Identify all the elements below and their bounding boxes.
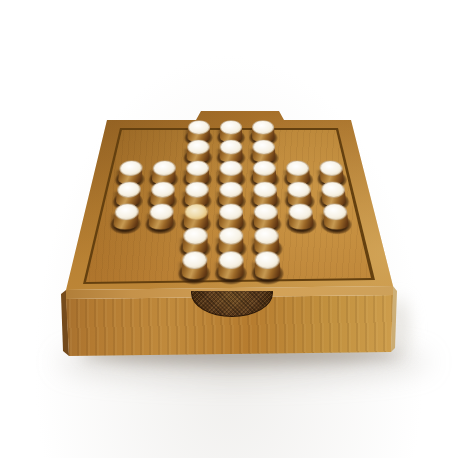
peg-top bbox=[321, 182, 346, 198]
peg[interactable] bbox=[181, 227, 209, 254]
board-void bbox=[141, 234, 178, 258]
peg[interactable] bbox=[253, 251, 281, 279]
peg-top bbox=[319, 160, 343, 175]
board-void bbox=[284, 234, 321, 258]
peg-top bbox=[253, 182, 277, 198]
board-hole-r5c1[interactable] bbox=[107, 210, 144, 233]
peg[interactable] bbox=[321, 204, 350, 230]
board-void bbox=[311, 126, 345, 146]
board-hole-r5c6[interactable] bbox=[283, 210, 320, 233]
peg-top bbox=[218, 251, 243, 269]
board-void bbox=[104, 234, 142, 258]
board-void bbox=[149, 126, 183, 146]
board-hole-r7c5[interactable] bbox=[249, 258, 286, 283]
peg-top bbox=[219, 160, 242, 175]
peg-top bbox=[287, 182, 311, 198]
board-hole-r5c2[interactable] bbox=[142, 210, 179, 233]
box-shadow-right bbox=[386, 298, 410, 356]
board-void bbox=[138, 258, 176, 283]
drawer-woven-panel bbox=[191, 291, 273, 317]
board-void bbox=[101, 258, 140, 283]
product-photo-stage bbox=[0, 0, 458, 458]
peg-top bbox=[286, 160, 310, 175]
peg-top bbox=[182, 251, 208, 269]
peg[interactable] bbox=[217, 227, 244, 254]
board-hole-r7c3[interactable] bbox=[175, 258, 212, 283]
board-hole-r7c4[interactable] bbox=[212, 258, 249, 283]
peg[interactable] bbox=[147, 204, 175, 230]
peg[interactable] bbox=[287, 204, 315, 230]
peg-top bbox=[219, 182, 243, 198]
drawer-finger-notch[interactable] bbox=[189, 291, 273, 317]
board-void bbox=[321, 258, 360, 283]
board-hole-r5c7[interactable] bbox=[318, 210, 355, 233]
peg-top bbox=[255, 251, 281, 269]
board-void bbox=[117, 126, 151, 146]
board-void bbox=[320, 234, 358, 258]
peg-top bbox=[186, 160, 209, 175]
board-void bbox=[285, 258, 323, 283]
peg[interactable] bbox=[180, 251, 208, 279]
peg[interactable] bbox=[217, 251, 245, 279]
peg-top bbox=[219, 227, 244, 244]
board-void bbox=[279, 126, 313, 146]
peg-top bbox=[254, 227, 279, 244]
peg-top bbox=[183, 227, 208, 244]
box-shadow bbox=[82, 344, 400, 364]
peg[interactable] bbox=[112, 204, 141, 230]
peg-top bbox=[253, 160, 276, 175]
peg[interactable] bbox=[253, 227, 281, 254]
solitaire-board bbox=[101, 126, 360, 284]
